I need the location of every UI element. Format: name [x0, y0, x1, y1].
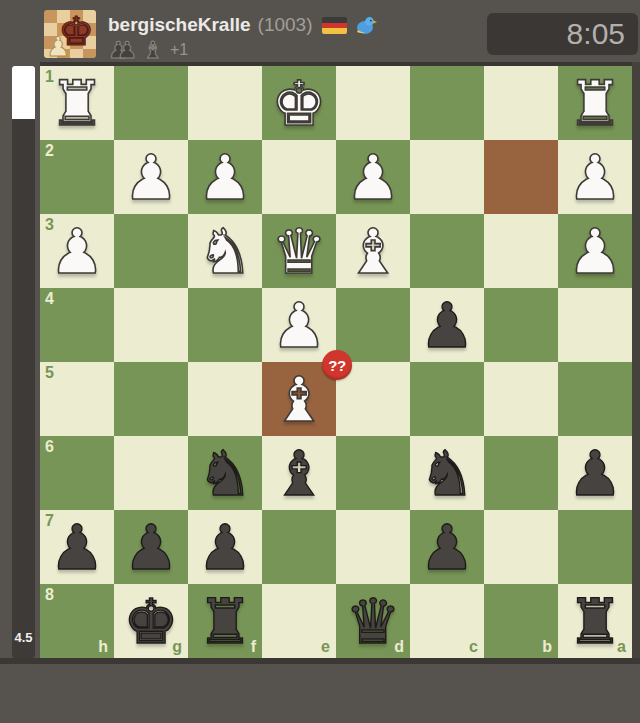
- square-h5[interactable]: 5: [40, 362, 114, 436]
- piece-bR-a8[interactable]: ♜: [558, 584, 632, 658]
- square-g6[interactable]: [114, 436, 188, 510]
- piece-bR-f8[interactable]: ♜: [188, 584, 262, 658]
- top-bar: ♚ ♟ bergischeKralle (1003) ♟♟♝ +1 8:05: [0, 0, 640, 64]
- square-b1[interactable]: [484, 66, 558, 140]
- square-h6[interactable]: 6: [40, 436, 114, 510]
- square-b7[interactable]: [484, 510, 558, 584]
- square-a7[interactable]: [558, 510, 632, 584]
- square-e8[interactable]: e: [262, 584, 336, 658]
- piece-wB-d3[interactable]: ♝: [336, 214, 410, 288]
- twitter-bird-icon: [355, 16, 377, 35]
- square-c4[interactable]: ♟: [410, 288, 484, 362]
- square-a2[interactable]: ♟: [558, 140, 632, 214]
- piece-wQ-e3[interactable]: ♛: [262, 214, 336, 288]
- piece-wP-a2[interactable]: ♟: [558, 140, 632, 214]
- piece-bN-c6[interactable]: ♞: [410, 436, 484, 510]
- square-h4[interactable]: 4: [40, 288, 114, 362]
- piece-bN-f6[interactable]: ♞: [188, 436, 262, 510]
- square-e3[interactable]: ♛: [262, 214, 336, 288]
- square-f4[interactable]: [188, 288, 262, 362]
- square-a4[interactable]: [558, 288, 632, 362]
- square-f5[interactable]: [188, 362, 262, 436]
- captured-piece-P: ♟: [117, 39, 138, 61]
- bottom-bar: satriotomo (1044) ♟♞ 6:55: [0, 664, 640, 723]
- square-d6[interactable]: [336, 436, 410, 510]
- top-captured-pieces: ♟♟♝: [108, 39, 168, 61]
- square-f8[interactable]: f♜: [188, 584, 262, 658]
- square-g8[interactable]: g♚: [114, 584, 188, 658]
- square-c5[interactable]: [410, 362, 484, 436]
- square-h2[interactable]: 2: [40, 140, 114, 214]
- square-h3[interactable]: 3♟: [40, 214, 114, 288]
- square-c6[interactable]: ♞: [410, 436, 484, 510]
- square-b2[interactable]: [484, 140, 558, 214]
- piece-bQ-d8[interactable]: ♛: [336, 584, 410, 658]
- square-c7[interactable]: ♟: [410, 510, 484, 584]
- piece-bP-c4[interactable]: ♟: [410, 288, 484, 362]
- blunder-badge: ??: [322, 350, 352, 380]
- square-b8[interactable]: b: [484, 584, 558, 658]
- square-f7[interactable]: ♟: [188, 510, 262, 584]
- piece-wK-e1[interactable]: ♚: [262, 66, 336, 140]
- piece-bP-g7[interactable]: ♟: [114, 510, 188, 584]
- square-a6[interactable]: ♟: [558, 436, 632, 510]
- square-g1[interactable]: [114, 66, 188, 140]
- rank-label-8: 8: [45, 587, 54, 603]
- file-label-e: e: [321, 639, 330, 655]
- square-g2[interactable]: ♟: [114, 140, 188, 214]
- square-f6[interactable]: ♞: [188, 436, 262, 510]
- piece-wP-e4[interactable]: ♟: [262, 288, 336, 362]
- piece-bP-f7[interactable]: ♟: [188, 510, 262, 584]
- square-f3[interactable]: ♞: [188, 214, 262, 288]
- square-b6[interactable]: [484, 436, 558, 510]
- square-c1[interactable]: [410, 66, 484, 140]
- rank-label-4: 4: [45, 291, 54, 307]
- square-g3[interactable]: [114, 214, 188, 288]
- top-clock-time: 8:05: [567, 17, 625, 51]
- rank-label-6: 6: [45, 439, 54, 455]
- square-e1[interactable]: ♚: [262, 66, 336, 140]
- square-a8[interactable]: a♜: [558, 584, 632, 658]
- piece-wR-a1[interactable]: ♜: [558, 66, 632, 140]
- piece-bK-g8[interactable]: ♚: [114, 584, 188, 658]
- square-b5[interactable]: [484, 362, 558, 436]
- square-g7[interactable]: ♟: [114, 510, 188, 584]
- material-advantage: +1: [170, 41, 188, 59]
- rank-label-5: 5: [45, 365, 54, 381]
- square-h1[interactable]: 1♜: [40, 66, 114, 140]
- square-c8[interactable]: c: [410, 584, 484, 658]
- top-player-avatar[interactable]: ♚ ♟: [44, 10, 96, 58]
- piece-wP-f2[interactable]: ♟: [188, 140, 262, 214]
- square-a3[interactable]: ♟: [558, 214, 632, 288]
- square-d8[interactable]: d♛: [336, 584, 410, 658]
- square-b4[interactable]: [484, 288, 558, 362]
- square-f2[interactable]: ♟: [188, 140, 262, 214]
- square-e5[interactable]: ♝??: [262, 362, 336, 436]
- top-player-rating: (1003): [258, 14, 313, 36]
- square-d1[interactable]: [336, 66, 410, 140]
- square-e4[interactable]: ♟: [262, 288, 336, 362]
- file-label-b: b: [542, 639, 552, 655]
- square-a5[interactable]: [558, 362, 632, 436]
- square-h7[interactable]: 7♟: [40, 510, 114, 584]
- piece-bB-e6[interactable]: ♝: [262, 436, 336, 510]
- eval-bar-white-segment: [12, 66, 35, 119]
- square-d3[interactable]: ♝: [336, 214, 410, 288]
- piece-wP-a3[interactable]: ♟: [558, 214, 632, 288]
- square-e6[interactable]: ♝: [262, 436, 336, 510]
- file-label-h: h: [98, 639, 108, 655]
- square-g5[interactable]: [114, 362, 188, 436]
- eval-score: 4.5: [12, 630, 35, 645]
- piece-bP-a6[interactable]: ♟: [558, 436, 632, 510]
- piece-wP-h3[interactable]: ♟: [40, 214, 114, 288]
- square-e7[interactable]: [262, 510, 336, 584]
- square-a1[interactable]: ♜: [558, 66, 632, 140]
- top-clock: 8:05: [487, 13, 638, 55]
- square-g4[interactable]: [114, 288, 188, 362]
- square-c3[interactable]: [410, 214, 484, 288]
- square-d4[interactable]: [336, 288, 410, 362]
- germany-flag-icon: [322, 17, 347, 34]
- piece-wR-h1[interactable]: ♜: [40, 66, 114, 140]
- piece-bP-c7[interactable]: ♟: [410, 510, 484, 584]
- square-e2[interactable]: [262, 140, 336, 214]
- square-h8[interactable]: 8h: [40, 584, 114, 658]
- square-c2[interactable]: [410, 140, 484, 214]
- captured-piece-B: ♝: [142, 39, 163, 61]
- piece-bP-h7[interactable]: ♟: [40, 510, 114, 584]
- rank-label-2: 2: [45, 143, 54, 159]
- piece-wN-f3[interactable]: ♞: [188, 214, 262, 288]
- square-f1[interactable]: [188, 66, 262, 140]
- top-player-info: bergischeKralle (1003) ♟♟♝ +1: [108, 13, 377, 61]
- square-b3[interactable]: [484, 214, 558, 288]
- square-d7[interactable]: [336, 510, 410, 584]
- chess-board: 1♜♚♜2♟♟♟♟3♟♞♛♝♟4♟♟5♝??6♞♝♞♟7♟♟♟♟8hg♚f♜ed…: [40, 66, 632, 658]
- square-d2[interactable]: ♟: [336, 140, 410, 214]
- piece-wP-d2[interactable]: ♟: [336, 140, 410, 214]
- top-player-name[interactable]: bergischeKralle: [108, 14, 251, 36]
- eval-bar: 4.5: [12, 66, 35, 658]
- board-right-edge: [632, 62, 640, 658]
- piece-wP-g2[interactable]: ♟: [114, 140, 188, 214]
- file-label-c: c: [469, 639, 478, 655]
